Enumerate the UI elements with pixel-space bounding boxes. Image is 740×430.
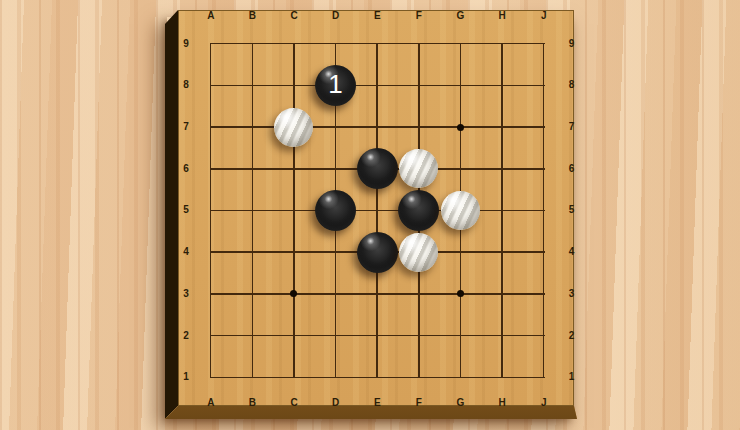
coord-left-4: 4 [176, 246, 196, 258]
stone-white-F6 [399, 149, 438, 188]
coord-bottom-A: A [201, 397, 221, 409]
coord-right-4: 4 [562, 246, 582, 258]
coord-bottom-C: C [284, 397, 304, 409]
coord-right-2: 2 [562, 330, 582, 342]
coord-left-7: 7 [176, 121, 196, 133]
coord-bottom-F: F [409, 397, 429, 409]
stone-white-F4 [399, 233, 438, 272]
coord-top-B: B [242, 10, 262, 22]
stone-black-E6 [357, 148, 398, 189]
coord-top-F: F [409, 10, 429, 22]
coord-top-A: A [201, 10, 221, 22]
star-point-G3 [457, 290, 464, 297]
coord-bottom-E: E [367, 397, 387, 409]
coord-left-5: 5 [176, 204, 196, 216]
coord-top-H: H [492, 10, 512, 22]
coord-right-6: 6 [562, 163, 582, 175]
stone-black-D8: 1 [315, 65, 356, 106]
coord-top-G: G [451, 10, 471, 22]
coord-left-1: 1 [176, 371, 196, 383]
coord-right-5: 5 [562, 204, 582, 216]
coord-right-8: 8 [562, 79, 582, 91]
coord-bottom-H: H [492, 397, 512, 409]
coord-bottom-B: B [242, 397, 262, 409]
coord-top-C: C [284, 10, 304, 22]
coord-right-9: 9 [562, 38, 582, 50]
board-face[interactable]: 1 AABBCCDDEEFFGGHHJJ998877665544332211 [178, 10, 574, 406]
coord-left-3: 3 [176, 288, 196, 300]
board-grid[interactable]: 1 [190, 23, 565, 398]
star-point-G7 [457, 124, 464, 131]
coord-right-3: 3 [562, 288, 582, 300]
table-background: 1 AABBCCDDEEFFGGHHJJ998877665544332211 [0, 0, 740, 430]
coord-right-1: 1 [562, 371, 582, 383]
coord-top-E: E [367, 10, 387, 22]
stone-black-E4 [357, 232, 398, 273]
stone-black-F5 [398, 190, 439, 231]
coord-left-2: 2 [176, 330, 196, 342]
go-board: 1 AABBCCDDEEFFGGHHJJ998877665544332211 [163, 7, 578, 421]
coord-top-D: D [326, 10, 346, 22]
coord-left-8: 8 [176, 79, 196, 91]
coord-bottom-J: J [534, 397, 554, 409]
coord-bottom-D: D [326, 397, 346, 409]
coord-left-6: 6 [176, 163, 196, 175]
star-point-C3 [290, 290, 297, 297]
coord-left-9: 9 [176, 38, 196, 50]
stone-white-G5 [441, 191, 480, 230]
move-number-label: 1 [328, 71, 342, 97]
stone-black-D5 [315, 190, 356, 231]
coord-top-J: J [534, 10, 554, 22]
stone-white-C7 [274, 108, 313, 147]
coord-right-7: 7 [562, 121, 582, 133]
coord-bottom-G: G [451, 397, 471, 409]
